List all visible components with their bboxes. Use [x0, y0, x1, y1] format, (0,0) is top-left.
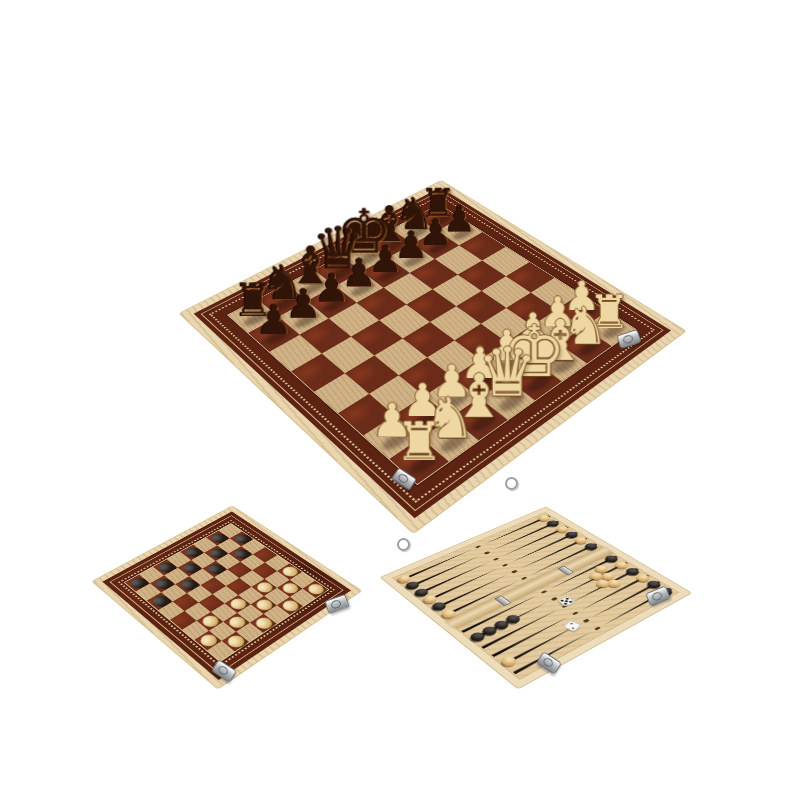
piece-shadow [300, 279, 328, 296]
piece-shadow [411, 409, 443, 432]
hinge-plate-icon [494, 595, 511, 606]
die-pip [571, 627, 575, 629]
piece-shadow [548, 320, 576, 339]
drilled-dot [541, 591, 546, 594]
drilled-dot [551, 598, 556, 601]
backgammon-point [412, 559, 495, 599]
checkers-board [93, 506, 361, 688]
checkers-piece-dark [155, 561, 176, 574]
piece-shadow [354, 251, 381, 267]
drilled-dot [583, 619, 588, 622]
checkers-piece-dark [152, 577, 173, 591]
piece-shadow [241, 309, 271, 327]
checkers-board-frame [102, 511, 351, 680]
checkers-box-edge [93, 506, 361, 688]
piece-shadow [380, 428, 413, 452]
die-showing-5 [559, 597, 575, 606]
die-pip [569, 601, 573, 603]
product-photo-canvas: ♜♞♝♛♚♝♞♜♟♟♟♟♟♟♟♟♟♟♟♟♟♟♟♟♜♞♝♛♚♝♞♜ [0, 0, 800, 800]
backgammon-checker-black [624, 566, 642, 576]
piece-shadow [496, 391, 527, 413]
piece-shadow [468, 411, 499, 434]
chess-board-frame: ♜♞♝♛♚♝♞♜♟♟♟♟♟♟♟♟♟♟♟♟♟♟♟♟♜♞♝♛♚♝♞♜ [194, 187, 671, 518]
piece-shadow [292, 311, 321, 329]
die-showing-2 [564, 621, 580, 631]
drilled-dot [572, 612, 577, 615]
die-pip [564, 602, 568, 604]
backgammon-checker-tan [593, 564, 611, 574]
checkers-piece-dark [232, 533, 252, 545]
die-pip [570, 622, 574, 624]
hinge-plate-icon [557, 566, 574, 576]
drilled-dot [594, 627, 599, 630]
piece-shadow [321, 296, 350, 314]
chess-piece-black-king: ♚ [328, 202, 402, 263]
backgammon-checker-black [430, 601, 449, 612]
drilled-dot [484, 552, 489, 555]
backgammon-point [403, 553, 485, 592]
checkers-piece-light [225, 614, 247, 630]
piece-shadow [349, 281, 377, 298]
backgammon-point [488, 613, 575, 660]
checkers-piece-light [279, 565, 300, 579]
piece-shadow [523, 336, 552, 355]
drilled-dot [502, 564, 507, 567]
drilled-dot [475, 546, 480, 548]
backgammon-left-hook-icon [397, 538, 410, 551]
piece-shadow [575, 338, 603, 357]
backgammon-hinge-bar [446, 546, 613, 629]
piece-shadow [438, 431, 470, 455]
drilled-dot [493, 558, 498, 561]
checkers-square-r1c1 [125, 575, 150, 592]
chess-grid: ♜♞♝♛♚♝♞♜♟♟♟♟♟♟♟♟♟♟♟♟♟♟♟♟♜♞♝♛♚♝♞♜ [227, 204, 637, 485]
checkers-square-r3c5 [202, 561, 227, 577]
checkers-square-r8c8 [303, 581, 329, 598]
backgammon-top-hook-icon [505, 477, 518, 490]
piece-shadow [407, 452, 440, 477]
chess-board: ♜♞♝♛♚♝♞♜♟♟♟♟♟♟♟♟♟♟♟♟♟♟♟♟♜♞♝♛♚♝♞♜ [180, 181, 686, 533]
checkers-square-r8c7 [290, 589, 316, 607]
die-pip [561, 600, 565, 602]
piece-shadow [550, 355, 579, 375]
checkers-grid [123, 523, 329, 662]
backgammon-point [420, 565, 503, 605]
backgammon-point [576, 572, 653, 613]
piece-shadow [524, 373, 554, 394]
piece-shadow [469, 371, 499, 392]
checkers-square-r1c7 [206, 531, 230, 546]
backgammon-point [429, 571, 513, 612]
drilled-dot [512, 571, 517, 574]
piece-shadow [572, 304, 599, 322]
drilled-dot [521, 577, 526, 580]
backgammon-point [477, 606, 563, 652]
chess-box-edge: ♜♞♝♛♚♝♞♜♟♟♟♟♟♟♟♟♟♟♟♟♟♟♟♟♜♞♝♛♚♝♞♜ [180, 181, 686, 533]
